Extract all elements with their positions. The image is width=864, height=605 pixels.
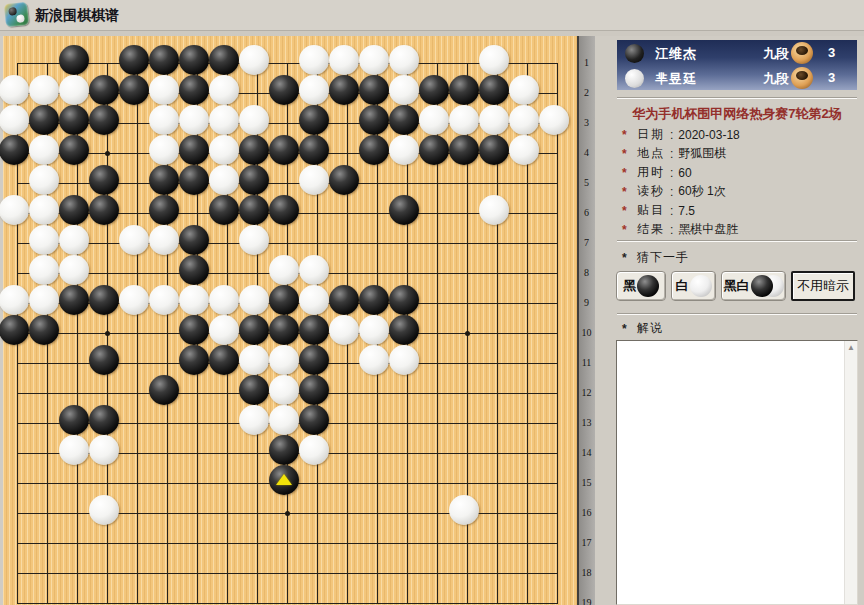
white-stone: [209, 105, 239, 135]
event-title: 华为手机杯围甲网络热身赛7轮第2场: [617, 105, 857, 123]
row-label: 17: [579, 537, 594, 548]
go-bowl-icon: [791, 42, 813, 64]
white-stone: [389, 75, 419, 105]
black-stone: [119, 45, 149, 75]
white-stone: [239, 105, 269, 135]
white-stone: [299, 75, 329, 105]
black-stone: [479, 135, 509, 165]
white-stone: [59, 435, 89, 465]
white-stone: [389, 135, 419, 165]
black-stone: [179, 165, 209, 195]
black-stone: [29, 105, 59, 135]
black-stone: [89, 405, 119, 435]
black-stone: [299, 405, 329, 435]
info-row: *用时:60: [622, 163, 858, 182]
black-stone: [329, 165, 359, 195]
white-stone: [89, 495, 119, 525]
row-label: 6: [579, 207, 594, 218]
grid-line: [557, 63, 558, 604]
info-separator: :: [670, 166, 673, 180]
black-stone-icon: [637, 275, 659, 297]
white-stone: [299, 165, 329, 195]
last-move-marker: [276, 474, 292, 485]
white-stone: [209, 315, 239, 345]
black-stone: [389, 315, 419, 345]
black-stone: [269, 195, 299, 225]
grid-line: [17, 543, 558, 544]
row-label: 1: [579, 57, 594, 68]
row-label: 10: [579, 327, 594, 338]
black-stone: [59, 105, 89, 135]
white-stone: [209, 135, 239, 165]
white-stone: [29, 285, 59, 315]
app-title: 新浪围棋棋谱: [35, 7, 119, 25]
black-stone: [329, 285, 359, 315]
white-stone: [509, 105, 539, 135]
star-point: [105, 331, 110, 336]
black-stone: [269, 315, 299, 345]
white-stone: [449, 105, 479, 135]
black-stone: [389, 285, 419, 315]
row-label: 13: [579, 417, 594, 428]
info-row: *结果:黑棋中盘胜: [622, 220, 858, 239]
guess-black-button[interactable]: 黑: [616, 271, 666, 301]
white-stone: [0, 105, 29, 135]
info-value: 黑棋中盘胜: [678, 221, 738, 238]
no-hint-button[interactable]: 不用暗示: [791, 271, 855, 301]
guess-white-button[interactable]: 白: [671, 271, 716, 301]
white-stone: [269, 345, 299, 375]
black-stone: [89, 285, 119, 315]
star-point: [105, 151, 110, 156]
white-stone: [239, 285, 269, 315]
white-stone: [0, 75, 29, 105]
info-row: *贴目:7.5: [622, 201, 858, 220]
white-stone: [269, 255, 299, 285]
separator: [617, 240, 857, 242]
row-label: 9: [579, 297, 594, 308]
info-separator: :: [670, 128, 673, 142]
black-stone: [59, 45, 89, 75]
info-separator: :: [670, 147, 673, 161]
black-stone: [269, 75, 299, 105]
player-row-white: 芈昱廷 九段 3: [617, 66, 857, 91]
player-name: 芈昱廷: [655, 70, 697, 88]
white-stone: [29, 225, 59, 255]
black-stone: [299, 135, 329, 165]
asterisk-icon: *: [622, 128, 637, 142]
info-label: 日期: [637, 126, 665, 143]
black-stone: [359, 75, 389, 105]
white-stone: [479, 195, 509, 225]
star-point: [465, 331, 470, 336]
go-bowl-icon: [791, 67, 813, 89]
row-label: 12: [579, 387, 594, 398]
white-stone: [119, 285, 149, 315]
white-stone: [29, 135, 59, 165]
white-stone: [509, 75, 539, 105]
row-label: 3: [579, 117, 594, 128]
player-row-black: 江维杰 九段 3: [617, 41, 857, 66]
row-label: 5: [579, 177, 594, 188]
black-stone: [389, 105, 419, 135]
black-stone: [389, 195, 419, 225]
black-stone: [479, 75, 509, 105]
black-stone: [179, 75, 209, 105]
row-label: 18: [579, 567, 594, 578]
white-stone: [59, 255, 89, 285]
guess-black-white-button[interactable]: 黑白: [721, 271, 786, 301]
white-stone: [0, 285, 29, 315]
white-stone: [359, 45, 389, 75]
black-stone: [299, 375, 329, 405]
row-label: 2: [579, 87, 594, 98]
game-info-list: *日期:2020-03-18*地点:野狐围棋*用时:60*读秒:60秒 1次*贴…: [622, 125, 858, 239]
info-row: *地点:野狐围棋: [622, 144, 858, 163]
info-value: 野狐围棋: [678, 145, 726, 162]
black-stone: [179, 255, 209, 285]
black-stone: [329, 75, 359, 105]
row-label: 14: [579, 447, 594, 458]
white-stone: [89, 435, 119, 465]
info-value: 7.5: [678, 204, 695, 218]
white-stone: [29, 195, 59, 225]
white-stone: [149, 75, 179, 105]
white-stone-icon: [625, 69, 644, 88]
players-panel: 江维杰 九段 3 芈昱廷 九段 3: [617, 40, 857, 90]
black-stone: [359, 135, 389, 165]
white-stone: [239, 45, 269, 75]
row-labels: 12345678910111213141516171819: [577, 36, 595, 605]
black-stone: [89, 105, 119, 135]
black-stone: [269, 285, 299, 315]
black-stone: [209, 345, 239, 375]
white-stone: [299, 285, 329, 315]
white-stone: [359, 345, 389, 375]
asterisk-icon: *: [622, 204, 637, 218]
black-stone: [119, 75, 149, 105]
white-stone: [239, 405, 269, 435]
scrollbar[interactable]: ▲: [844, 341, 857, 604]
player-rank: 九段: [763, 70, 789, 88]
black-stone: [179, 345, 209, 375]
row-label: 19: [579, 597, 594, 605]
player-rank: 九段: [763, 45, 789, 63]
black-stone: [179, 135, 209, 165]
white-stone: [509, 135, 539, 165]
black-stone: [299, 315, 329, 345]
black-stone-icon: [625, 44, 644, 63]
white-stone: [269, 375, 299, 405]
scroll-up-icon[interactable]: ▲: [846, 344, 856, 352]
black-stone: [149, 195, 179, 225]
row-label: 7: [579, 237, 594, 248]
white-stone: [29, 165, 59, 195]
info-row: *读秒:60秒 1次: [622, 182, 858, 201]
black-stone: [449, 75, 479, 105]
white-stone: [29, 255, 59, 285]
black-stone: [419, 135, 449, 165]
grid-line: [17, 573, 558, 574]
white-stone: [209, 165, 239, 195]
white-stone: [29, 75, 59, 105]
black-stone: [149, 375, 179, 405]
white-stone: [149, 225, 179, 255]
black-stone: [269, 135, 299, 165]
black-stone: [179, 315, 209, 345]
info-label: 地点: [637, 145, 665, 162]
black-stone: [59, 405, 89, 435]
white-stone: [119, 225, 149, 255]
white-stone: [479, 45, 509, 75]
separator: [617, 313, 857, 315]
white-stone: [59, 225, 89, 255]
asterisk-icon: *: [622, 322, 637, 336]
black-stone: [59, 285, 89, 315]
white-stone: [299, 45, 329, 75]
black-stone: [239, 375, 269, 405]
info-label: 贴目: [637, 202, 665, 219]
player-name: 江维杰: [655, 45, 697, 63]
info-row: *日期:2020-03-18: [622, 125, 858, 144]
white-stone: [389, 45, 419, 75]
commentary-textarea[interactable]: ▲: [616, 340, 858, 605]
white-stone: [209, 75, 239, 105]
asterisk-icon: *: [622, 185, 637, 199]
asterisk-icon: *: [622, 251, 637, 265]
white-stone: [179, 105, 209, 135]
white-stone-icon: [690, 275, 712, 297]
white-stone: [539, 105, 569, 135]
black-stone: [89, 195, 119, 225]
black-white-stones-icon: [751, 275, 784, 297]
commentary-label: * 解说: [622, 320, 663, 337]
info-separator: :: [670, 223, 673, 237]
white-stone: [389, 345, 419, 375]
white-stone: [209, 285, 239, 315]
black-stone: [0, 135, 29, 165]
info-value: 60秒 1次: [678, 183, 725, 200]
black-stone: [299, 105, 329, 135]
white-stone: [359, 315, 389, 345]
black-stone: [89, 75, 119, 105]
info-value: 2020-03-18: [678, 128, 739, 142]
black-stone: [239, 315, 269, 345]
black-stone: [269, 465, 299, 495]
black-stone: [209, 195, 239, 225]
row-label: 8: [579, 267, 594, 278]
info-label: 读秒: [637, 183, 665, 200]
star-point: [285, 511, 290, 516]
row-label: 4: [579, 147, 594, 158]
black-stone: [239, 135, 269, 165]
black-stone: [89, 345, 119, 375]
asterisk-icon: *: [622, 166, 637, 180]
white-stone: [329, 315, 359, 345]
black-stone: [269, 435, 299, 465]
black-stone: [209, 45, 239, 75]
go-board[interactable]: [3, 36, 578, 605]
white-stone: [59, 75, 89, 105]
capture-count: 3: [828, 70, 835, 85]
black-stone: [179, 225, 209, 255]
row-label: 11: [579, 357, 594, 368]
black-stone: [59, 135, 89, 165]
white-stone: [299, 435, 329, 465]
black-stone: [359, 105, 389, 135]
info-separator: :: [670, 185, 673, 199]
info-label: 结果: [637, 221, 665, 238]
black-stone: [89, 165, 119, 195]
white-stone: [179, 285, 209, 315]
black-stone: [149, 165, 179, 195]
white-stone: [269, 405, 299, 435]
black-stone: [299, 345, 329, 375]
white-stone: [299, 255, 329, 285]
grid-line: [17, 603, 558, 604]
title-bar: 新浪围棋棋谱: [0, 0, 864, 31]
black-stone: [0, 315, 29, 345]
white-stone: [239, 225, 269, 255]
separator: [617, 97, 857, 99]
black-stone: [59, 195, 89, 225]
white-stone: [329, 45, 359, 75]
white-stone: [149, 135, 179, 165]
white-stone: [149, 285, 179, 315]
info-label: 用时: [637, 164, 665, 181]
white-stone: [149, 105, 179, 135]
app-icon: [4, 2, 29, 27]
black-stone: [419, 75, 449, 105]
white-stone: [0, 195, 29, 225]
white-stone: [239, 345, 269, 375]
asterisk-icon: *: [622, 147, 637, 161]
capture-count: 3: [828, 45, 835, 60]
black-stone: [239, 165, 269, 195]
black-stone: [179, 45, 209, 75]
info-separator: :: [670, 204, 673, 218]
black-stone: [149, 45, 179, 75]
white-stone: [479, 105, 509, 135]
black-stone: [239, 195, 269, 225]
row-label: 16: [579, 507, 594, 518]
black-stone: [359, 285, 389, 315]
black-stone: [449, 135, 479, 165]
guess-next-label: * 猜下一手: [622, 249, 689, 266]
row-label: 15: [579, 477, 594, 488]
white-stone: [419, 105, 449, 135]
white-stone: [449, 495, 479, 525]
black-stone: [29, 315, 59, 345]
asterisk-icon: *: [622, 223, 637, 237]
info-value: 60: [678, 166, 691, 180]
